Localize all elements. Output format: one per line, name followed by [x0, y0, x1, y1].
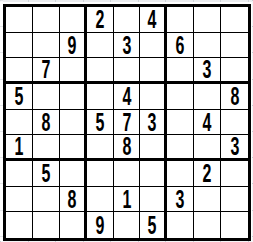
cell-r8c2[interactable] [33, 187, 60, 213]
cell-r5c3[interactable] [60, 110, 87, 136]
cell-r8c9[interactable] [221, 187, 248, 213]
cell-r6c4[interactable] [87, 135, 114, 161]
cell-r1c9[interactable] [221, 7, 248, 33]
cell-r9c9[interactable] [221, 212, 248, 238]
cell-digit: 8 [41, 110, 50, 135]
cell-digit: 9 [67, 33, 76, 58]
cell-r1c8[interactable] [194, 7, 221, 33]
cell-r5c5[interactable]: 7 [114, 110, 141, 136]
cell-r8c1[interactable] [6, 187, 33, 213]
cell-r1c6[interactable]: 4 [140, 7, 167, 33]
cell-r9c5[interactable] [114, 212, 141, 238]
cell-r6c8[interactable] [194, 135, 221, 161]
cell-r3c8[interactable]: 3 [194, 58, 221, 84]
cell-r1c5[interactable] [114, 7, 141, 33]
cell-digit: 4 [148, 7, 157, 32]
cell-r8c4[interactable] [87, 187, 114, 213]
cell-r7c7[interactable] [167, 161, 194, 187]
cell-r5c8[interactable]: 4 [194, 110, 221, 136]
cell-r5c9[interactable] [221, 110, 248, 136]
cell-digit: 9 [95, 213, 104, 238]
cell-digit: 1 [14, 135, 23, 159]
cell-r7c4[interactable] [87, 161, 114, 187]
cell-digit: 1 [122, 187, 131, 212]
cell-digit: 3 [203, 58, 212, 82]
cell-r4c3[interactable] [60, 84, 87, 110]
cell-r2c1[interactable] [6, 33, 33, 59]
cell-r1c4[interactable]: 2 [87, 7, 114, 33]
cell-digit: 2 [203, 161, 212, 186]
cell-r2c3[interactable]: 9 [60, 33, 87, 59]
cell-r5c7[interactable] [167, 110, 194, 136]
cell-r7c5[interactable] [114, 161, 141, 187]
cell-r6c3[interactable] [60, 135, 87, 161]
cell-r4c4[interactable] [87, 84, 114, 110]
cell-digit: 3 [122, 33, 131, 58]
spreadsheet-gridline-right [252, 0, 253, 242]
cell-digit: 4 [203, 110, 212, 135]
cell-r6c2[interactable] [33, 135, 60, 161]
spreadsheet-gridline-top [0, 0, 253, 2]
cell-r1c2[interactable] [33, 7, 60, 33]
cell-r1c7[interactable] [167, 7, 194, 33]
cell-r2c2[interactable] [33, 33, 60, 59]
cell-r5c4[interactable]: 5 [87, 110, 114, 136]
cell-r6c1[interactable]: 1 [6, 135, 33, 161]
cell-r9c6[interactable]: 5 [140, 212, 167, 238]
cell-r3c3[interactable] [60, 58, 87, 84]
cell-r4c8[interactable] [194, 84, 221, 110]
cell-r4c1[interactable]: 5 [6, 84, 33, 110]
cell-digit: 3 [148, 110, 157, 135]
cell-r2c6[interactable] [140, 33, 167, 59]
cell-r9c8[interactable] [194, 212, 221, 238]
cell-digit: 3 [176, 187, 185, 212]
cell-r9c2[interactable] [33, 212, 60, 238]
cell-r7c6[interactable] [140, 161, 167, 187]
cell-r8c8[interactable] [194, 187, 221, 213]
cell-r1c3[interactable] [60, 7, 87, 33]
cell-r4c2[interactable] [33, 84, 60, 110]
cell-r8c6[interactable] [140, 187, 167, 213]
cell-r2c5[interactable]: 3 [114, 33, 141, 59]
cell-digit: 7 [122, 110, 131, 135]
cell-r2c7[interactable]: 6 [167, 33, 194, 59]
cell-r3c5[interactable] [114, 58, 141, 84]
cell-digit: 2 [95, 7, 104, 32]
cell-r5c6[interactable]: 3 [140, 110, 167, 136]
cell-digit: 7 [41, 58, 50, 82]
cell-digit: 8 [67, 187, 76, 212]
cell-r2c9[interactable] [221, 33, 248, 59]
cell-r3c9[interactable] [221, 58, 248, 84]
cell-r3c7[interactable] [167, 58, 194, 84]
cell-digit: 5 [14, 84, 23, 109]
cell-r8c7[interactable]: 3 [167, 187, 194, 213]
cell-digit: 5 [41, 161, 50, 186]
cell-r6c5[interactable]: 8 [114, 135, 141, 161]
cell-digit: 5 [95, 110, 104, 135]
sudoku-screenshot: 2493673548857341835281395 [0, 0, 253, 242]
cell-digit: 8 [122, 135, 131, 159]
sudoku-board: 2493673548857341835281395 [3, 4, 251, 241]
cell-r4c6[interactable] [140, 84, 167, 110]
cell-digit: 6 [176, 33, 185, 58]
cell-r5c2[interactable]: 8 [33, 110, 60, 136]
cell-r2c4[interactable] [87, 33, 114, 59]
cell-r3c1[interactable] [6, 58, 33, 84]
cell-r4c5[interactable]: 4 [114, 84, 141, 110]
cell-digit: 5 [148, 213, 157, 238]
cell-r3c6[interactable] [140, 58, 167, 84]
cell-r7c8[interactable]: 2 [194, 161, 221, 187]
cell-r9c3[interactable] [60, 212, 87, 238]
cell-digit: 4 [122, 84, 131, 109]
cell-r8c5[interactable]: 1 [114, 187, 141, 213]
cell-r6c7[interactable] [167, 135, 194, 161]
cell-r4c7[interactable] [167, 84, 194, 110]
cell-r7c1[interactable] [6, 161, 33, 187]
cell-r9c4[interactable]: 9 [87, 212, 114, 238]
cell-r9c7[interactable] [167, 212, 194, 238]
cell-r7c9[interactable] [221, 161, 248, 187]
cell-r3c4[interactable] [87, 58, 114, 84]
cell-r5c1[interactable] [6, 110, 33, 136]
cell-r4c9[interactable]: 8 [221, 84, 248, 110]
cell-r7c3[interactable] [60, 161, 87, 187]
cell-r7c2[interactable]: 5 [33, 161, 60, 187]
cell-r1c1[interactable] [6, 7, 33, 33]
cell-r8c3[interactable]: 8 [60, 187, 87, 213]
cell-r6c6[interactable] [140, 135, 167, 161]
cell-r9c1[interactable] [6, 212, 33, 238]
cell-digit: 3 [230, 135, 239, 159]
cell-r2c8[interactable] [194, 33, 221, 59]
cell-r6c9[interactable]: 3 [221, 135, 248, 161]
cell-digit: 8 [230, 84, 239, 109]
cell-r3c2[interactable]: 7 [33, 58, 60, 84]
